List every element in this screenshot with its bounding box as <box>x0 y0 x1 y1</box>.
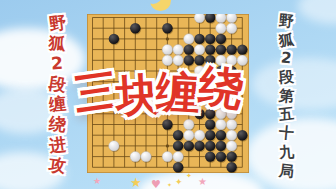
white-stone <box>109 141 119 151</box>
caption-char: 第 <box>278 86 295 106</box>
white-stone <box>141 151 151 161</box>
white-stone <box>226 119 236 129</box>
black-stone <box>216 34 226 44</box>
black-stone <box>194 141 204 151</box>
caption-char: 十 <box>278 124 295 144</box>
caption-char: 九 <box>278 142 295 162</box>
black-stone <box>109 34 119 44</box>
black-stone <box>216 44 226 54</box>
black-stone <box>205 44 215 54</box>
white-stone <box>162 55 172 65</box>
black-stone <box>216 130 226 140</box>
white-stone <box>226 23 236 33</box>
caption-char: 2 <box>50 52 63 73</box>
caption-char: 狐 <box>47 31 66 53</box>
white-stone <box>173 44 183 54</box>
white-stone <box>173 151 183 161</box>
sparkle-star-pink: ★ <box>93 177 101 186</box>
white-stone <box>226 130 236 140</box>
white-stone <box>194 130 204 140</box>
sparkle-diamond-yellow-3: ✦ <box>167 182 172 188</box>
black-stone <box>205 151 215 161</box>
white-stone <box>184 119 194 129</box>
white-stone <box>194 14 204 23</box>
white-stone <box>216 14 226 23</box>
caption-char: 绕 <box>48 113 67 135</box>
sparkle-diamond-yellow: ✦ <box>175 178 183 187</box>
caption-char: 段 <box>278 68 294 88</box>
black-stone <box>184 55 194 65</box>
black-stone <box>226 162 236 172</box>
black-stone <box>205 119 215 129</box>
title-char: 缠 <box>155 70 201 116</box>
black-stone <box>184 44 194 54</box>
sparkle-star-pink-2: ★ <box>198 177 207 187</box>
caption-char: 局 <box>278 161 295 181</box>
black-stone <box>226 151 236 161</box>
star-point <box>166 37 169 40</box>
black-stone <box>205 34 215 44</box>
sparkle-diamond-yellow-2: ✦ <box>186 173 192 180</box>
sparkle-star-yellow: ★ <box>130 176 142 189</box>
cloud <box>298 0 336 24</box>
video-thumbnail[interactable]: 野狐2段缠绕进攻 野狐2段第五十九局 三块缠绕 ★★♥★✦✦✦ <box>0 0 336 189</box>
caption-char: 五 <box>277 105 294 125</box>
caption-char: 攻 <box>47 153 66 175</box>
white-stone <box>226 141 236 151</box>
caption-char: 进 <box>47 133 67 155</box>
black-stone <box>216 151 226 161</box>
white-stone <box>184 130 194 140</box>
left-caption: 野狐2段缠绕进攻 <box>44 12 70 174</box>
white-stone <box>216 23 226 33</box>
title-char: 三 <box>71 67 121 117</box>
white-stone <box>226 14 236 23</box>
white-stone <box>162 151 172 161</box>
black-stone <box>237 44 247 54</box>
white-stone <box>216 119 226 129</box>
caption-char: 野 <box>278 11 295 31</box>
black-stone <box>226 44 236 54</box>
white-stone <box>130 151 140 161</box>
caption-char: 狐 <box>278 30 295 50</box>
black-stone <box>162 23 172 33</box>
white-stone <box>194 44 204 54</box>
right-caption: 野狐2段第五十九局 <box>274 12 298 180</box>
black-stone <box>162 119 172 129</box>
caption-char: 缠 <box>47 92 66 114</box>
black-stone <box>173 141 183 151</box>
black-stone <box>194 34 204 44</box>
star-point <box>166 144 169 147</box>
black-stone <box>173 162 183 172</box>
caption-char: 段 <box>47 72 67 94</box>
black-stone <box>237 130 247 140</box>
white-stone <box>184 34 194 44</box>
black-stone <box>184 141 194 151</box>
caption-char: 野 <box>47 11 66 33</box>
white-stone <box>162 44 172 54</box>
title-char: 绕 <box>196 63 246 113</box>
black-stone <box>173 130 183 140</box>
black-stone <box>216 141 226 151</box>
black-stone <box>205 130 215 140</box>
caption-char: 2 <box>280 49 293 69</box>
black-stone <box>130 23 140 33</box>
heart-pink: ♥ <box>151 179 161 189</box>
crescent-moon-icon <box>150 0 171 11</box>
white-stone <box>173 55 183 65</box>
black-stone <box>205 141 215 151</box>
